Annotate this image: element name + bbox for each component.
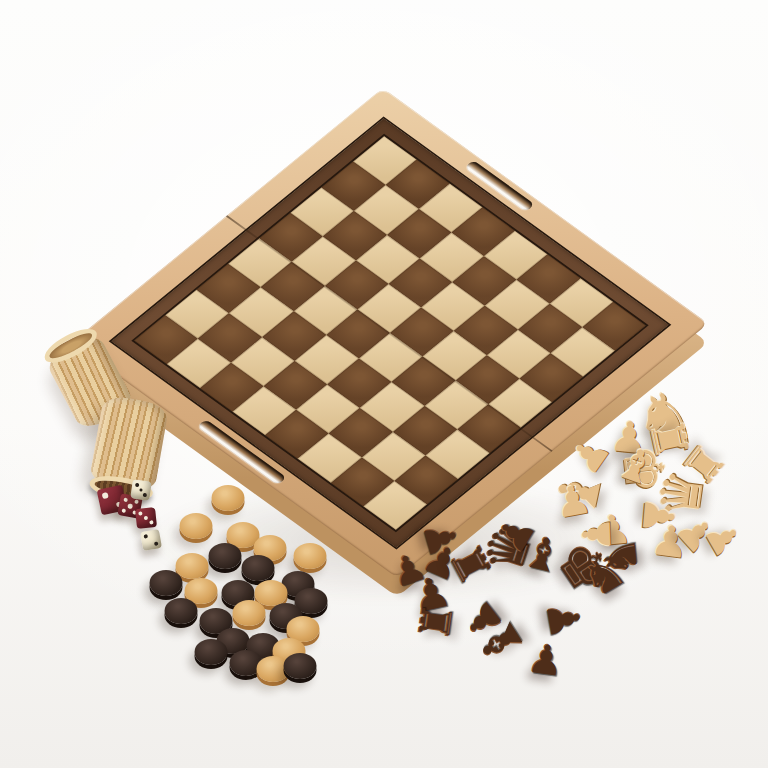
checker-disc-light[interactable] xyxy=(212,485,245,511)
checker-disc-dark[interactable] xyxy=(284,653,317,679)
checker-disc-light[interactable] xyxy=(176,553,209,579)
checker-disc-light[interactable] xyxy=(294,543,327,569)
checker-disc-dark[interactable] xyxy=(195,639,228,665)
checker-disc-dark[interactable] xyxy=(209,543,242,569)
product-photo-stage: ♞♟♜♜♛♚♝♟♝♟♟♟♟♟♟♟♟♟♜♛♝♚♞♞♜♟♝♟♟♟♟♟ xyxy=(0,0,768,768)
checker-disc-light[interactable] xyxy=(180,513,213,539)
chess-piece-dark-pawn[interactable]: ♟ xyxy=(539,598,587,642)
chess-piece-dark-pawn[interactable]: ♟ xyxy=(525,638,566,683)
checker-disc-light[interactable] xyxy=(233,600,266,626)
checker-disc-dark[interactable] xyxy=(165,598,198,624)
die-red-3[interactable] xyxy=(135,507,157,529)
chess-piece-dark-rook[interactable]: ♜ xyxy=(414,600,461,643)
scatter-layer: ♞♟♜♜♛♚♝♟♝♟♟♟♟♟♟♟♟♟♜♛♝♚♞♞♜♟♝♟♟♟♟♟ xyxy=(0,0,768,768)
die-cream-3[interactable] xyxy=(130,479,151,500)
chess-piece-dark-knight[interactable]: ♞ xyxy=(597,535,644,578)
die-cream-2[interactable] xyxy=(140,529,162,551)
checker-disc-dark[interactable] xyxy=(150,570,183,596)
checker-disc-dark[interactable] xyxy=(242,555,275,581)
